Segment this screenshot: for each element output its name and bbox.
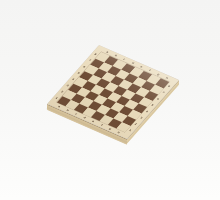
chessboard-product-photo: abcdefgh abcdefgh 87654321 87654321 — [0, 0, 220, 200]
chess-board: abcdefgh abcdefgh 87654321 87654321 — [47, 45, 179, 139]
